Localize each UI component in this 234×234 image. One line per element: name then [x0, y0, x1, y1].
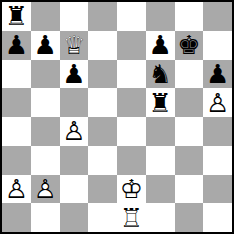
chess-board-frame: ♜♟♟♛♕♟♚♟♞♟♜♟♙♟♙♟♙♟♙♚♔♜♖	[0, 0, 234, 234]
square-d1[interactable]	[88, 203, 117, 232]
square-g5[interactable]	[175, 88, 204, 117]
square-b3[interactable]	[31, 146, 60, 175]
white-rook-icon: ♖	[117, 203, 146, 232]
square-e3[interactable]	[117, 146, 146, 175]
square-c7[interactable]: ♛♕	[60, 31, 89, 60]
square-d3[interactable]	[88, 146, 117, 175]
square-f2[interactable]	[146, 175, 175, 204]
square-c2[interactable]	[60, 175, 89, 204]
square-e6[interactable]	[117, 60, 146, 89]
square-d6[interactable]	[88, 60, 117, 89]
square-f4[interactable]	[146, 117, 175, 146]
square-c1[interactable]	[60, 203, 89, 232]
square-e4[interactable]	[117, 117, 146, 146]
square-e2[interactable]: ♚♔	[117, 175, 146, 204]
square-c8[interactable]	[60, 2, 89, 31]
square-e1[interactable]: ♜♖	[117, 203, 146, 232]
square-g1[interactable]	[175, 203, 204, 232]
white-queen-icon: ♕	[60, 31, 89, 60]
square-c6[interactable]: ♟	[60, 60, 89, 89]
square-a2[interactable]: ♟♙	[2, 175, 31, 204]
black-pawn-icon: ♟	[31, 31, 60, 60]
square-h8[interactable]	[203, 2, 232, 31]
square-e7[interactable]	[117, 31, 146, 60]
square-h6[interactable]: ♟	[203, 60, 232, 89]
white-pawn-fill: ♟	[2, 175, 31, 204]
square-f5[interactable]: ♜	[146, 88, 175, 117]
square-f6[interactable]: ♞	[146, 60, 175, 89]
square-g7[interactable]: ♚	[175, 31, 204, 60]
square-h3[interactable]	[203, 146, 232, 175]
white-pawn-icon: ♙	[203, 88, 232, 117]
black-pawn-icon: ♟	[60, 60, 89, 89]
white-pawn-icon: ♙	[2, 175, 31, 204]
square-h2[interactable]	[203, 175, 232, 204]
square-f3[interactable]	[146, 146, 175, 175]
square-d2[interactable]	[88, 175, 117, 204]
square-a8[interactable]: ♜	[2, 2, 31, 31]
black-king-icon: ♚	[175, 31, 204, 60]
square-c3[interactable]	[60, 146, 89, 175]
square-b8[interactable]	[31, 2, 60, 31]
black-rook-icon: ♜	[146, 88, 175, 117]
square-a7[interactable]: ♟	[2, 31, 31, 60]
square-h4[interactable]	[203, 117, 232, 146]
white-king-icon: ♔	[117, 175, 146, 204]
square-e8[interactable]	[117, 2, 146, 31]
black-pawn-icon: ♟	[203, 60, 232, 89]
white-pawn-fill: ♟	[203, 88, 232, 117]
square-h7[interactable]	[203, 31, 232, 60]
square-b6[interactable]	[31, 60, 60, 89]
square-g6[interactable]	[175, 60, 204, 89]
black-rook-icon: ♜	[2, 2, 31, 31]
square-b1[interactable]	[31, 203, 60, 232]
square-h1[interactable]	[203, 203, 232, 232]
square-d5[interactable]	[88, 88, 117, 117]
square-a3[interactable]	[2, 146, 31, 175]
square-b4[interactable]	[31, 117, 60, 146]
square-b2[interactable]: ♟♙	[31, 175, 60, 204]
square-a4[interactable]	[2, 117, 31, 146]
black-pawn-icon: ♟	[2, 31, 31, 60]
white-king-fill: ♚	[117, 175, 146, 204]
square-b7[interactable]: ♟	[31, 31, 60, 60]
square-g3[interactable]	[175, 146, 204, 175]
square-c5[interactable]	[60, 88, 89, 117]
square-e5[interactable]	[117, 88, 146, 117]
chess-board: ♜♟♟♛♕♟♚♟♞♟♜♟♙♟♙♟♙♟♙♚♔♜♖	[2, 2, 232, 232]
white-pawn-fill: ♟	[31, 175, 60, 204]
square-g8[interactable]	[175, 2, 204, 31]
square-f8[interactable]	[146, 2, 175, 31]
square-f7[interactable]: ♟	[146, 31, 175, 60]
white-pawn-icon: ♙	[31, 175, 60, 204]
square-a1[interactable]	[2, 203, 31, 232]
square-d8[interactable]	[88, 2, 117, 31]
white-pawn-fill: ♟	[60, 117, 89, 146]
square-d7[interactable]	[88, 31, 117, 60]
square-a6[interactable]	[2, 60, 31, 89]
square-f1[interactable]	[146, 203, 175, 232]
square-b5[interactable]	[31, 88, 60, 117]
square-c4[interactable]: ♟♙	[60, 117, 89, 146]
square-h5[interactable]: ♟♙	[203, 88, 232, 117]
black-pawn-icon: ♟	[146, 31, 175, 60]
white-queen-fill: ♛	[60, 31, 89, 60]
white-pawn-icon: ♙	[60, 117, 89, 146]
square-g2[interactable]	[175, 175, 204, 204]
square-g4[interactable]	[175, 117, 204, 146]
square-d4[interactable]	[88, 117, 117, 146]
black-knight-icon: ♞	[146, 60, 175, 89]
white-rook-fill: ♜	[117, 203, 146, 232]
square-a5[interactable]	[2, 88, 31, 117]
